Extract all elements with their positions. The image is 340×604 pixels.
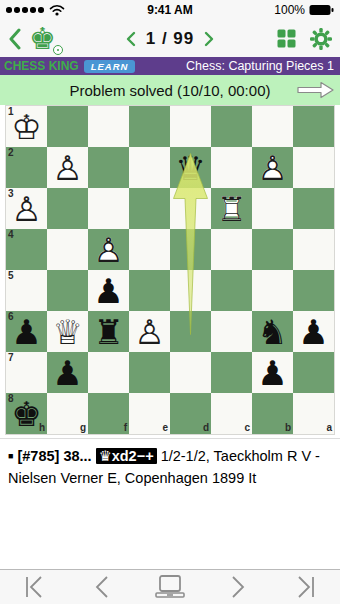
square-e8[interactable]: e [129,393,170,434]
white-rook-c3[interactable]: ♜♖ [211,188,252,229]
square-b5[interactable] [252,270,293,311]
square-g5[interactable] [47,270,88,311]
rank-label: 2 [8,147,14,159]
square-d2[interactable]: ♛ [170,147,211,188]
square-e1[interactable] [129,106,170,147]
chess-king-logo-icon[interactable]: ♚ [29,22,61,56]
square-c6[interactable] [211,311,252,352]
square-b1[interactable] [252,106,293,147]
square-f3[interactable] [88,188,129,229]
square-f7[interactable] [88,352,129,393]
square-d1[interactable] [170,106,211,147]
square-e2[interactable] [129,147,170,188]
square-b3[interactable] [252,188,293,229]
square-a3[interactable] [293,188,334,229]
problem-counter: 1 / 99 [146,29,195,49]
rank-label: 1 [8,106,14,118]
square-c3[interactable]: ♜♖ [211,188,252,229]
move-number: 38... [63,448,91,464]
square-c7[interactable] [211,352,252,393]
square-a2[interactable] [293,147,334,188]
square-e7[interactable] [129,352,170,393]
square-h2[interactable]: 2 [6,147,47,188]
black-pawn-b7[interactable]: ♟ [252,352,293,393]
white-pawn-g2[interactable]: ♟♙ [47,147,88,188]
file-label: a [326,422,332,434]
rank-label: 3 [8,188,14,200]
rank-label: 5 [8,270,14,282]
square-c1[interactable] [211,106,252,147]
square-e4[interactable] [129,229,170,270]
next-arrow-icon[interactable] [296,80,336,100]
computer-analysis-button[interactable] [150,572,190,602]
square-a5[interactable] [293,270,334,311]
learn-badge: LEARN [84,60,136,73]
square-a6[interactable]: ♟ [293,311,334,352]
square-d5[interactable] [170,270,211,311]
square-b2[interactable]: ♟♙ [252,147,293,188]
white-pawn-e6[interactable]: ♟♙ [129,311,170,352]
square-b4[interactable] [252,229,293,270]
queen-glyph: ♛ [99,448,112,464]
square-f4[interactable]: ♟♙ [88,229,129,270]
previous-problem-chevron-icon[interactable] [126,31,136,47]
brand-bar: CHESS KING LEARN Chess: Capturing Pieces… [0,57,340,75]
file-label: d [203,422,209,434]
square-g3[interactable] [47,188,88,229]
file-label: g [80,422,86,434]
bottom-toolbar [0,569,340,604]
black-pawn-f5[interactable]: ♟ [88,270,129,311]
course-title: Chess: Capturing Pieces 1 [186,59,336,73]
square-a4[interactable] [293,229,334,270]
black-queen-d2[interactable]: ♛ [170,147,211,188]
square-e3[interactable] [129,188,170,229]
game-caption: ■ [#785] 38... ♛xd2−+ 1/2-1/2, Taeckholm… [0,439,340,490]
back-chevron-icon[interactable] [8,28,21,50]
brand-name: CHESS KING [4,59,79,73]
file-label: c [244,422,250,434]
black-knight-b6[interactable]: ♞ [252,311,293,352]
square-d3[interactable] [170,188,211,229]
file-label: b [285,422,291,434]
white-pawn-f4[interactable]: ♟♙ [88,229,129,270]
white-pawn-b2[interactable]: ♟♙ [252,147,293,188]
file-label: e [162,422,168,434]
square-h8[interactable]: 8h♚ [6,393,47,434]
square-a7[interactable] [293,352,334,393]
rank-label: 7 [8,352,14,364]
square-a1[interactable] [293,106,334,147]
chess-board: 1♚♔2♟♙♛♟♙3♟♙♜♖4♟♙5♟6♟♛♕♜♟♙♞♟7♟♟8h♚gfedcb… [6,106,334,434]
square-c2[interactable] [211,147,252,188]
square-h1[interactable]: 1♚♔ [6,106,47,147]
status-bar: 9:41 AM 100% [0,0,340,20]
square-d8[interactable]: d [170,393,211,434]
square-g6[interactable]: ♛♕ [47,311,88,352]
square-h5[interactable]: 5 [6,270,47,311]
square-g4[interactable] [47,229,88,270]
caption-bullet: ■ [8,451,13,461]
square-g1[interactable] [47,106,88,147]
square-c5[interactable] [211,270,252,311]
logo-clock-badge [53,45,63,55]
square-c8[interactable]: c [211,393,252,434]
square-b6[interactable]: ♞ [252,311,293,352]
app-window: 9:41 AM 100% ♚ 1 / 99 [0,0,340,604]
square-f1[interactable] [88,106,129,147]
square-h7[interactable]: 7 [6,352,47,393]
square-g7[interactable]: ♟ [47,352,88,393]
rank-label: 8 [8,393,14,405]
previous-move-button[interactable] [82,572,122,602]
rank-label: 4 [8,229,14,241]
white-queen-g6[interactable]: ♛♕ [47,311,88,352]
highlighted-move[interactable]: ♛xd2−+ [96,448,157,464]
square-e5[interactable] [129,270,170,311]
problem-number: [#785] [17,448,59,464]
black-rook-f6[interactable]: ♜ [88,311,129,352]
go-last-button[interactable] [286,572,326,602]
square-g2[interactable]: ♟♙ [47,147,88,188]
square-g8[interactable]: g [47,393,88,434]
square-b8[interactable]: b [252,393,293,434]
laptop-icon [154,574,186,600]
problem-solved-banner: Problem solved (10/10, 00:00) [0,75,340,105]
square-f6[interactable]: ♜ [88,311,129,352]
navigation-bar: ♚ 1 / 99 [0,20,340,57]
square-h4[interactable]: 4 [6,229,47,270]
square-h6[interactable]: 6♟ [6,311,47,352]
problem-solved-text: Problem solved (10/10, 00:00) [70,82,271,99]
square-d4[interactable] [170,229,211,270]
settings-gear-icon[interactable] [310,28,332,50]
black-pawn-g7[interactable]: ♟ [47,352,88,393]
square-d7[interactable] [170,352,211,393]
square-e6[interactable]: ♟♙ [129,311,170,352]
square-f8[interactable]: f [88,393,129,434]
square-d6[interactable] [170,311,211,352]
square-a8[interactable]: a [293,393,334,434]
next-move-button[interactable] [218,572,258,602]
battery-percent: 100% [274,3,305,17]
square-f5[interactable]: ♟ [88,270,129,311]
rank-label: 6 [8,311,14,323]
square-b7[interactable]: ♟ [252,352,293,393]
move-text: xd2−+ [112,448,154,464]
grid-problems-icon[interactable] [277,29,296,48]
square-h3[interactable]: 3♟♙ [6,188,47,229]
next-problem-chevron-icon[interactable] [204,31,214,47]
file-label: h [39,422,45,434]
square-c4[interactable] [211,229,252,270]
square-f2[interactable] [88,147,129,188]
battery-icon [309,4,334,16]
black-pawn-a6[interactable]: ♟ [293,311,334,352]
file-label: f [124,422,127,434]
go-first-button[interactable] [14,572,54,602]
